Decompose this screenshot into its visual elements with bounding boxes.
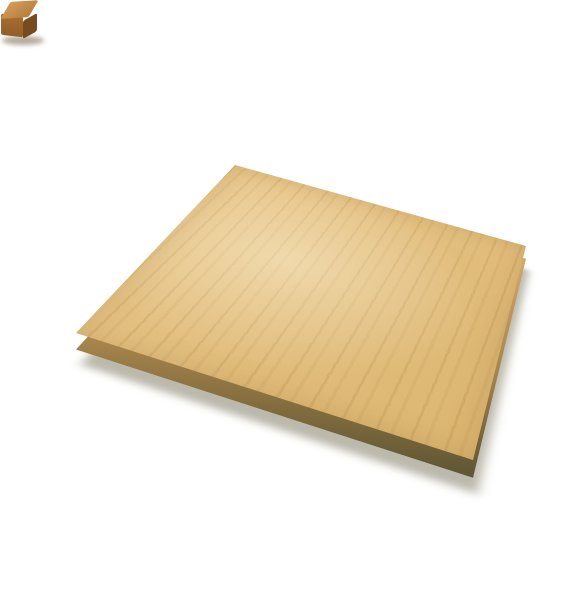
board-game-photo <box>0 0 586 599</box>
die[interactable] <box>0 0 44 44</box>
